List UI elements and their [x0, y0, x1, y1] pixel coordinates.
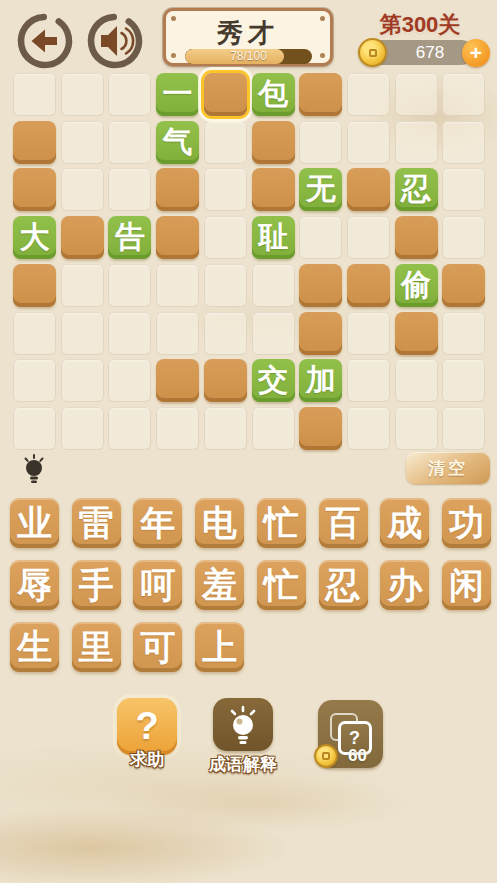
board-cell	[108, 312, 151, 355]
board-cell	[204, 264, 247, 307]
board-cell	[204, 121, 247, 164]
board-cell	[61, 359, 104, 402]
board-cell	[61, 168, 104, 211]
clear-button[interactable]: 清空	[406, 452, 490, 484]
board-tile-revealed[interactable]: 偷	[395, 264, 438, 307]
lightbulb-icon	[225, 705, 261, 745]
board-cell	[108, 407, 151, 450]
board-tile-blank[interactable]	[395, 312, 438, 355]
board-tile-revealed[interactable]: 耻	[252, 216, 295, 259]
rack-tile[interactable]: 忍	[319, 560, 368, 610]
board-cell	[252, 264, 295, 307]
board-cell	[347, 407, 390, 450]
board-tile-blank[interactable]	[347, 168, 390, 211]
board-cell	[108, 73, 151, 116]
rack-tile[interactable]: 忙	[257, 560, 306, 610]
board-cell	[299, 121, 342, 164]
board-cell	[252, 312, 295, 355]
board-cell	[61, 312, 104, 355]
board-cell	[395, 73, 438, 116]
board-cell	[442, 216, 485, 259]
board-tile-revealed[interactable]: 无	[299, 168, 342, 211]
board-cell	[204, 407, 247, 450]
board-cell	[204, 216, 247, 259]
board-cell	[442, 73, 485, 116]
help-button-label: 求助	[107, 748, 187, 771]
clear-button-label: 清空	[428, 457, 468, 480]
rack-tile[interactable]: 可	[133, 622, 182, 672]
board-cell	[347, 73, 390, 116]
board-cell	[347, 121, 390, 164]
board-cell	[442, 312, 485, 355]
board-tile-revealed[interactable]: 一	[156, 73, 199, 116]
board-cell	[204, 168, 247, 211]
board-cell	[442, 359, 485, 402]
board-cell	[108, 121, 151, 164]
rack-tile[interactable]: 功	[442, 498, 491, 548]
game-screen: 秀才 78/100 第300关 678 + 一包气无忍大告耻偷交加 清空 业雷年…	[0, 0, 497, 883]
board-cell	[442, 121, 485, 164]
board-cell	[395, 359, 438, 402]
board-tile-blank[interactable]	[204, 359, 247, 402]
board-tile-revealed[interactable]: 告	[108, 216, 151, 259]
board-tile-blank[interactable]	[13, 264, 56, 307]
board-tile-blank[interactable]	[13, 168, 56, 211]
help-button[interactable]: ?	[117, 698, 177, 755]
tile-rack: 业雷年电忙百成功辱手呵羞忙忍办闲生里可上	[0, 490, 497, 680]
board-tile-revealed[interactable]: 大	[13, 216, 56, 259]
board-cell	[347, 312, 390, 355]
rack-tile[interactable]: 办	[380, 560, 429, 610]
board-cell	[13, 312, 56, 355]
board-tile-revealed[interactable]: 加	[299, 359, 342, 402]
board-cell	[156, 264, 199, 307]
board-cell	[395, 121, 438, 164]
board-tile-blank[interactable]	[347, 264, 390, 307]
rack-tile[interactable]: 百	[319, 498, 368, 548]
board-cell	[156, 312, 199, 355]
board-cell	[252, 407, 295, 450]
board-cell	[61, 121, 104, 164]
idiom-explain-label: 成语解释	[198, 753, 288, 776]
board-cell	[204, 312, 247, 355]
board-tile-blank[interactable]	[442, 264, 485, 307]
rack-tile[interactable]: 呵	[133, 560, 182, 610]
board-tile-blank[interactable]	[252, 168, 295, 211]
rack-tile[interactable]: 成	[380, 498, 429, 548]
reveal-cost: 60	[348, 746, 388, 766]
board-tile-revealed[interactable]: 包	[252, 73, 295, 116]
board-cell	[108, 168, 151, 211]
rack-tile[interactable]: 电	[195, 498, 244, 548]
board-tile-blank[interactable]	[156, 216, 199, 259]
board-cell	[442, 407, 485, 450]
board-cell	[13, 359, 56, 402]
rack-tile[interactable]: 羞	[195, 560, 244, 610]
coin-hole	[322, 752, 330, 760]
board-tile-revealed[interactable]: 忍	[395, 168, 438, 211]
crossword-board: 一包气无忍大告耻偷交加	[0, 0, 497, 460]
board-tile-revealed[interactable]: 交	[252, 359, 295, 402]
board-tile-revealed[interactable]: 气	[156, 121, 199, 164]
board-tile-selected[interactable]	[204, 73, 247, 116]
rack-tile[interactable]: 闲	[442, 560, 491, 610]
board-tile-blank[interactable]	[61, 216, 104, 259]
board-tile-blank[interactable]	[156, 168, 199, 211]
board-tile-blank[interactable]	[299, 407, 342, 450]
board-cell	[108, 359, 151, 402]
rack-tile[interactable]: 忙	[257, 498, 306, 548]
rack-tile[interactable]: 年	[133, 498, 182, 548]
board-tile-blank[interactable]	[299, 312, 342, 355]
board-cell	[395, 407, 438, 450]
lightbulb-icon	[20, 453, 48, 485]
rack-tile[interactable]: 手	[72, 560, 121, 610]
board-cell	[13, 73, 56, 116]
rack-tile[interactable]: 辱	[10, 560, 59, 610]
idiom-explain-button[interactable]	[213, 698, 273, 751]
board-tile-blank[interactable]	[395, 216, 438, 259]
rack-tile[interactable]: 里	[72, 622, 121, 672]
board-cell	[61, 264, 104, 307]
board-cell	[156, 407, 199, 450]
board-cell	[108, 264, 151, 307]
board-cell	[347, 359, 390, 402]
board-cell	[61, 407, 104, 450]
board-cell	[61, 73, 104, 116]
board-tile-blank[interactable]	[252, 121, 295, 164]
board-tile-blank[interactable]	[299, 73, 342, 116]
question-mark-icon: ?	[135, 705, 158, 748]
board-cell	[442, 168, 485, 211]
rack-tile[interactable]: 上	[195, 622, 244, 672]
board-cell	[299, 216, 342, 259]
board-cell	[347, 216, 390, 259]
rack-tile[interactable]: 生	[10, 622, 59, 672]
coin-icon	[314, 744, 338, 768]
board-tile-blank[interactable]	[156, 359, 199, 402]
rack-tile[interactable]: 雷	[72, 498, 121, 548]
rack-tile[interactable]: 业	[10, 498, 59, 548]
board-tile-blank[interactable]	[13, 121, 56, 164]
board-tile-blank[interactable]	[299, 264, 342, 307]
hint-indicator[interactable]	[20, 453, 48, 485]
board-cell	[13, 407, 56, 450]
